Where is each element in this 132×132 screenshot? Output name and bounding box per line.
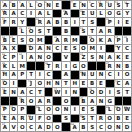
cell-r7c5[interactable]: N [36, 53, 44, 61]
clue-number-38: 38 [2, 71, 5, 73]
cell-r11c12[interactable]: D [97, 88, 105, 96]
cell-r3c3[interactable]: Y [18, 18, 26, 26]
cell-r3c9[interactable]: I [71, 18, 79, 26]
cell-letter: M [37, 38, 42, 44]
cell-r15c11[interactable]: S [88, 123, 96, 131]
cell-r10c15[interactable]: A [123, 80, 131, 88]
cell-r9c8[interactable]: A [62, 71, 70, 79]
cell-r12c8[interactable]: O [62, 97, 70, 105]
cell-r2c15[interactable]: Y [123, 10, 131, 18]
cell-r5c3[interactable]: S [18, 36, 26, 44]
cell-r11c2[interactable]: N [10, 88, 18, 96]
cell-r8c2[interactable]: L [10, 62, 18, 70]
cell-r13c7[interactable]: O [53, 106, 61, 114]
cell-r1c4[interactable]: 4L [27, 1, 35, 9]
cell-r5c2[interactable]: 24E [10, 36, 18, 44]
cell-r11c11[interactable]: 45O [88, 88, 96, 96]
cell-letter: A [38, 125, 42, 131]
cell-r3c8[interactable]: B [62, 18, 70, 26]
clue-number-45: 45 [89, 88, 92, 90]
cell-letter: O [29, 99, 34, 105]
block-r7c9 [71, 53, 79, 61]
cell-letter: E [12, 38, 16, 44]
cell-r2c6[interactable]: L [45, 10, 53, 18]
cell-r15c10[interactable]: B [80, 123, 88, 131]
cell-r14c15[interactable]: E [123, 115, 131, 123]
cell-letter: A [38, 11, 42, 17]
cell-r4c13[interactable]: R [106, 27, 114, 35]
cell-letter: S [90, 107, 94, 113]
cell-letter: E [73, 3, 77, 9]
cell-r10c2[interactable]: I [10, 80, 18, 88]
cell-r15c3[interactable]: O [18, 123, 26, 131]
cell-r6c6[interactable]: N [45, 45, 53, 53]
cell-r7c14[interactable]: K [115, 53, 123, 61]
cell-r11c5[interactable]: T [36, 88, 44, 96]
cell-r5c11[interactable]: 26O [88, 36, 96, 44]
cell-letter: S [81, 29, 85, 35]
cell-letter: H [72, 81, 77, 87]
cell-r10c1[interactable]: 40O [1, 80, 9, 88]
block-r6c13 [106, 45, 114, 53]
cell-r6c5[interactable]: A [36, 45, 44, 53]
cell-r9c4[interactable]: T [27, 71, 35, 79]
cell-r12c12[interactable]: N [97, 97, 105, 105]
cell-r1c3[interactable]: 3A [18, 1, 26, 9]
cell-r7c4[interactable]: A [27, 53, 35, 61]
block-r15c8 [62, 123, 70, 131]
cell-letter: V [11, 125, 15, 131]
cell-letter: O [64, 99, 69, 105]
cell-r2c14[interactable]: G [115, 10, 123, 18]
cell-r14c11[interactable]: T [88, 115, 96, 123]
cell-r4c8[interactable]: B [62, 27, 70, 35]
cell-r15c14[interactable]: N [115, 123, 123, 131]
cell-letter: O [90, 90, 95, 96]
cell-r6c9[interactable]: S [71, 45, 79, 53]
cell-letter: C [55, 46, 59, 52]
cell-r6c11[interactable]: M [88, 45, 96, 53]
cell-r14c5[interactable]: F [36, 115, 44, 123]
cell-r13c9[interactable]: I [71, 106, 79, 114]
cell-r8c9[interactable]: G [71, 62, 79, 70]
cell-r4c12[interactable]: A [97, 27, 105, 35]
cell-letter: E [55, 3, 59, 9]
cell-r13c6[interactable]: O [45, 106, 53, 114]
cell-letter: I [126, 38, 128, 44]
cell-letter: L [99, 11, 103, 17]
cell-r7c2[interactable]: P [10, 53, 18, 61]
cell-r8c13[interactable]: 37R [106, 62, 114, 70]
cell-r14c12[interactable]: R [97, 115, 105, 123]
cell-r1c7[interactable]: E [53, 1, 61, 9]
cell-letter: A [108, 38, 112, 44]
block-r3c12 [97, 18, 105, 26]
cell-r9c14[interactable]: I [115, 71, 123, 79]
cell-letter: R [11, 20, 15, 26]
block-r4c7 [53, 27, 61, 35]
clue-number-8: 8 [80, 1, 81, 3]
block-r2c7 [53, 10, 61, 18]
cell-r2c2[interactable]: A [10, 10, 18, 18]
cell-r9c5[interactable]: I [36, 71, 44, 79]
cell-r11c15[interactable]: T [123, 88, 131, 96]
cell-letter: O [37, 81, 42, 87]
cell-r10c11[interactable]: B [88, 80, 96, 88]
clue-number-57: 57 [2, 123, 5, 125]
cell-r9c12[interactable]: N [97, 71, 105, 79]
cell-r14c4[interactable]: 55U [27, 115, 35, 123]
cell-letter: A [3, 3, 7, 9]
cell-letter: E [3, 90, 7, 96]
cell-r10c5[interactable]: O [36, 80, 44, 88]
cell-r10c14[interactable]: 42C [115, 80, 123, 88]
cell-r4c3[interactable]: 20L [18, 27, 26, 35]
cell-r12c3[interactable]: 46R [18, 97, 26, 105]
cell-r8c14[interactable]: N [115, 62, 123, 70]
cell-r13c11[interactable]: S [88, 106, 96, 114]
cell-r2c10[interactable]: 16E [80, 10, 88, 18]
clue-number-6: 6 [45, 1, 46, 3]
cell-letter: A [64, 72, 68, 78]
cell-letter: A [90, 99, 94, 105]
cell-letter: A [55, 38, 59, 44]
cell-letter: A [29, 55, 33, 61]
cell-r13c15[interactable]: 53W [123, 106, 131, 114]
cell-r12c13[interactable]: G [106, 97, 114, 105]
cell-r13c14[interactable]: 52O [115, 106, 123, 114]
cell-letter: T [90, 116, 94, 122]
cell-letter: K [116, 55, 120, 61]
cell-r9c6[interactable]: C [45, 71, 53, 79]
cell-r4c4[interactable]: 21O [27, 27, 35, 35]
cell-letter: B [11, 3, 15, 9]
cell-r14c10[interactable]: 56S [80, 115, 88, 123]
cell-r11c13[interactable]: I [106, 88, 114, 96]
block-r4c1 [1, 27, 9, 35]
cell-r5c5[interactable]: M [36, 36, 44, 44]
cell-r1c11[interactable]: 9C [88, 1, 96, 9]
cell-r10c12[interactable]: E [97, 80, 105, 88]
cell-letter: O [125, 72, 130, 78]
cell-r15c4[interactable]: C [27, 123, 35, 131]
cell-r8c7[interactable]: R [53, 62, 61, 70]
cell-letter: N [116, 64, 121, 70]
cell-r1c2[interactable]: 2B [10, 1, 18, 9]
cell-r10c7[interactable]: N [53, 80, 61, 88]
cell-r5c13[interactable]: A [106, 36, 114, 44]
cell-r15c13[interactable]: O [106, 123, 114, 131]
cell-r7c11[interactable]: S [88, 53, 96, 61]
block-r12c1 [1, 97, 9, 105]
block-r14c9 [71, 115, 79, 123]
cell-r7c12[interactable]: N [97, 53, 105, 61]
cell-r13c1[interactable]: 48P [1, 106, 9, 114]
cell-letter: N [99, 72, 104, 78]
cell-r11c3[interactable]: A [18, 88, 26, 96]
cell-r7c13[interactable]: A [106, 53, 114, 61]
cell-letter: E [64, 46, 68, 52]
cell-r10c9[interactable]: H [71, 80, 79, 88]
cell-r15c12[interactable]: C [97, 123, 105, 131]
cell-r1c6[interactable]: 6N [45, 1, 53, 9]
cell-r10c6[interactable]: H [45, 80, 53, 88]
cell-r13c13[interactable]: 51L [106, 106, 114, 114]
cell-r2c12[interactable]: L [97, 10, 105, 18]
cell-letter: C [20, 11, 24, 17]
cell-letter: R [20, 116, 24, 122]
cell-r7c10[interactable]: 34Z [80, 53, 88, 61]
clue-number-1: 1 [2, 1, 3, 3]
cell-r7c3[interactable]: 33I [18, 53, 26, 61]
cell-r11c9[interactable]: N [71, 88, 79, 96]
cell-r3c5[interactable]: 18R [36, 18, 44, 26]
cell-letter: B [3, 38, 7, 44]
cell-r8c15[interactable]: B [123, 62, 131, 70]
cell-r12c10[interactable]: 47B [80, 97, 88, 105]
cell-r12c6[interactable]: R [45, 97, 53, 105]
cell-letter: S [90, 20, 94, 26]
cell-r3c6[interactable]: A [45, 18, 53, 26]
cell-letter: E [99, 81, 103, 87]
cell-r13c3[interactable]: P [18, 106, 26, 114]
cell-r15c5[interactable]: A [36, 123, 44, 131]
cell-r7c8[interactable]: V [62, 53, 70, 61]
cell-r15c6[interactable]: D [45, 123, 53, 131]
clue-number-26: 26 [89, 36, 92, 38]
cell-r6c12[interactable]: I [97, 45, 105, 53]
block-r8c5 [36, 62, 44, 70]
clue-number-47: 47 [80, 97, 83, 99]
cell-letter: T [29, 72, 33, 78]
cell-r10c4[interactable]: 41J [27, 80, 35, 88]
clue-number-13: 13 [124, 1, 127, 3]
cell-r4c6[interactable]: T [45, 27, 53, 35]
cell-letter: D [99, 90, 104, 96]
cell-r1c5[interactable]: 5O [36, 1, 44, 9]
cell-r14c3[interactable]: R [18, 115, 26, 123]
cell-r14c13[interactable]: O [106, 115, 114, 123]
cell-r2c11[interactable]: U [88, 10, 96, 18]
cell-r2c13[interactable]: O [106, 10, 114, 18]
cell-r5c14[interactable]: 27P [115, 36, 123, 44]
cell-r1c12[interactable]: 10R [97, 1, 105, 9]
cell-letter: T [38, 90, 42, 96]
cell-letter: L [47, 11, 51, 17]
cell-letter: C [29, 90, 33, 96]
clue-number-11: 11 [106, 1, 109, 3]
cell-letter: I [65, 64, 67, 70]
cell-r15c9[interactable]: 58A [71, 123, 79, 131]
cell-letter: H [46, 81, 51, 87]
cell-r6c8[interactable]: E [62, 45, 70, 53]
cell-r9c3[interactable]: P [18, 71, 26, 79]
cell-r9c1[interactable]: 38H [1, 71, 9, 79]
cell-r7c1[interactable]: 32C [1, 53, 9, 61]
cell-r11c8[interactable]: I [62, 88, 70, 96]
cell-r9c13[interactable]: C [106, 71, 114, 79]
cell-letter: L [29, 3, 33, 9]
cell-r6c1[interactable]: 29A [1, 45, 9, 53]
cell-r15c15[interactable]: D [123, 123, 131, 131]
cell-letter: N [46, 46, 51, 52]
clue-number-15: 15 [63, 10, 66, 12]
cell-r8c6[interactable]: 36T [45, 62, 53, 70]
cell-r7c15[interactable]: E [123, 53, 131, 61]
cell-r13c5[interactable]: 50L [36, 106, 44, 114]
cell-r15c1[interactable]: 57A [1, 123, 9, 131]
cell-letter: A [125, 81, 129, 87]
cell-r9c2[interactable]: A [10, 71, 18, 79]
cell-letter: P [108, 20, 112, 26]
cell-r1c10[interactable]: 8N [80, 1, 88, 9]
cell-r13c8[interactable]: N [62, 106, 70, 114]
cell-letter: G [72, 64, 77, 70]
cell-r12c11[interactable]: A [88, 97, 96, 105]
cell-r11c1[interactable]: 43E [1, 88, 9, 96]
cell-r9c15[interactable]: O [123, 71, 131, 79]
clue-number-54: 54 [2, 115, 5, 117]
cell-letter: X [11, 46, 15, 52]
cell-r5c12[interactable]: K [97, 36, 105, 44]
block-r4c15 [123, 27, 131, 35]
block-r4c14 [115, 27, 123, 35]
cell-r6c14[interactable]: 31Y [115, 45, 123, 53]
cell-r14c8[interactable]: S [62, 115, 70, 123]
block-r10c3 [18, 80, 26, 88]
cell-letter: N [99, 55, 104, 61]
cell-r4c5[interactable]: S [36, 27, 44, 35]
cell-r1c14[interactable]: 12S [115, 1, 123, 9]
cell-r13c2[interactable]: 49O [10, 106, 18, 114]
clue-number-29: 29 [2, 45, 5, 47]
block-r12c14 [115, 97, 123, 105]
cell-letter: S [38, 29, 42, 35]
cell-letter: R [99, 3, 103, 9]
cell-r6c7[interactable]: C [53, 45, 61, 53]
block-r4c9 [71, 27, 79, 35]
cell-r5c15[interactable]: 28I [123, 36, 131, 44]
cell-letter: O [55, 125, 60, 131]
cell-r14c6[interactable]: O [45, 115, 53, 123]
cell-r15c7[interactable]: O [53, 123, 61, 131]
cell-r6c2[interactable]: X [10, 45, 18, 53]
cell-r8c8[interactable]: I [62, 62, 70, 70]
cell-letter: I [74, 20, 76, 26]
cell-r15c2[interactable]: V [10, 123, 18, 131]
cell-r1c1[interactable]: 1A [1, 1, 9, 9]
cell-r6c10[interactable]: O [80, 45, 88, 53]
clue-number-30: 30 [28, 45, 31, 47]
clue-number-58: 58 [71, 123, 74, 125]
cell-r10c8[interactable]: T [62, 80, 70, 88]
cell-r2c5[interactable]: A [36, 10, 44, 18]
cell-letter: S [90, 125, 94, 131]
cell-r3c15[interactable]: E [123, 18, 131, 26]
cell-r5c7[interactable]: 25A [53, 36, 61, 44]
cell-r3c10[interactable]: T [80, 18, 88, 26]
cell-letter: R [38, 20, 42, 26]
cell-r11c7[interactable]: 44W [53, 88, 61, 96]
cell-r6c4[interactable]: 30D [27, 45, 35, 53]
cell-r12c4[interactable]: O [27, 97, 35, 105]
cell-r7c6[interactable]: O [45, 53, 53, 61]
cell-letter: D [46, 125, 51, 131]
cell-r11c4[interactable]: C [27, 88, 35, 96]
cell-letter: I [30, 11, 32, 17]
cell-letter: K [99, 38, 103, 44]
clue-number-36: 36 [45, 62, 48, 64]
block-r6c3 [18, 45, 26, 53]
cell-r4c10[interactable]: 22S [80, 27, 88, 35]
clue-number-9: 9 [89, 1, 90, 3]
cell-letter: I [117, 20, 119, 26]
cell-r5c9[interactable]: M [71, 36, 79, 44]
cell-r5c8[interactable]: R [62, 36, 70, 44]
cell-letter: O [46, 55, 51, 61]
cell-r8c3[interactable]: M [18, 62, 26, 70]
cell-letter: N [64, 107, 69, 113]
clue-number-10: 10 [98, 1, 101, 3]
cell-letter: C [3, 55, 7, 61]
cell-r2c1[interactable]: 14R [1, 10, 9, 18]
cell-letter: A [99, 29, 103, 35]
cell-letter: U [90, 11, 94, 17]
clue-number-50: 50 [36, 106, 39, 108]
cell-r10c10[interactable]: E [80, 80, 88, 88]
block-r8c12 [97, 62, 105, 70]
cell-r3c13[interactable]: 19P [106, 18, 114, 26]
block-r12c7 [53, 97, 61, 105]
clue-number-46: 46 [19, 97, 22, 99]
cell-r8c1[interactable]: 35K [1, 62, 9, 70]
cell-r3c14[interactable]: I [115, 18, 123, 26]
cell-r14c2[interactable]: A [10, 115, 18, 123]
cell-r11c14[interactable]: S [115, 88, 123, 96]
cell-r14c14[interactable]: B [115, 115, 123, 123]
cell-r2c8[interactable]: 15A [62, 10, 70, 18]
cell-r4c11[interactable]: T [88, 27, 96, 35]
cell-r12c5[interactable]: A [36, 97, 44, 105]
cell-r3c11[interactable]: S [88, 18, 96, 26]
cell-letter: B [64, 20, 68, 26]
cell-letter: C [47, 72, 51, 78]
clue-number-39: 39 [80, 71, 83, 73]
block-r9c7 [53, 71, 61, 79]
cell-r2c4[interactable]: I [27, 10, 35, 18]
cell-r1c15[interactable]: 13T [123, 1, 131, 9]
cell-r3c1[interactable]: 17F [1, 18, 9, 26]
cell-r2c3[interactable]: C [18, 10, 26, 18]
cell-r1c9[interactable]: 7E [71, 1, 79, 9]
clue-number-14: 14 [2, 10, 5, 12]
cell-r9c11[interactable]: U [88, 71, 96, 79]
cell-r1c13[interactable]: 11U [106, 1, 114, 9]
cell-letter: I [21, 55, 23, 61]
cell-r5c1[interactable]: 23B [1, 36, 9, 44]
cell-r14c1[interactable]: 54E [1, 115, 9, 123]
cell-r13c10[interactable]: E [80, 106, 88, 114]
cell-r9c10[interactable]: 39N [80, 71, 88, 79]
cell-r5c4[interactable]: O [27, 36, 35, 44]
cell-r8c10[interactable]: O [80, 62, 88, 70]
cell-letter: O [29, 38, 34, 44]
cell-r6c15[interactable]: C [123, 45, 131, 53]
clue-number-25: 25 [54, 36, 57, 38]
cell-r3c2[interactable]: R [10, 18, 18, 26]
cell-letter: O [81, 64, 86, 70]
cell-r3c7[interactable]: B [53, 18, 61, 26]
